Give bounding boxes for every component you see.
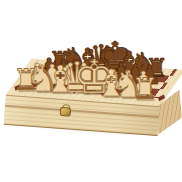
chess-set-photo: ♜♞♝♛♚♝♞♜♟♟♟♟♟♟♟♟♟♟♟♟♟♟♟♟♜♞♝♛♚♝♞♜ [0,0,182,182]
border-ornament [116,93,120,97]
border-ornament [101,91,105,95]
border-ornament [144,95,148,99]
chess-box [1,53,182,152]
border-ornament [44,87,48,91]
latch-plate-icon [60,107,72,117]
box-lid-seam [5,105,159,118]
border-ornament [58,88,62,92]
border-corner-ornament [159,94,165,100]
box-latch [59,104,72,116]
border-ornament [130,94,134,98]
border-ornament [87,90,91,94]
border-ornament [73,89,77,93]
border-ornament [29,86,33,90]
border-corner-ornament [15,84,21,90]
